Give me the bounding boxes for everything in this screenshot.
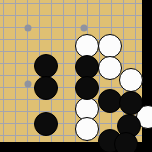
white-stone [75, 117, 99, 141]
star-point [81, 25, 88, 32]
white-stone [98, 34, 122, 58]
board-edge-right [142, 0, 152, 152]
black-stone [34, 54, 58, 78]
star-point [25, 25, 32, 32]
black-stone [34, 76, 58, 100]
black-stone [34, 112, 58, 136]
star-point [25, 81, 32, 88]
black-stone [75, 76, 99, 100]
go-board[interactable] [0, 0, 152, 152]
black-stone [119, 91, 143, 115]
white-stone [119, 68, 143, 92]
black-stone [114, 132, 138, 152]
